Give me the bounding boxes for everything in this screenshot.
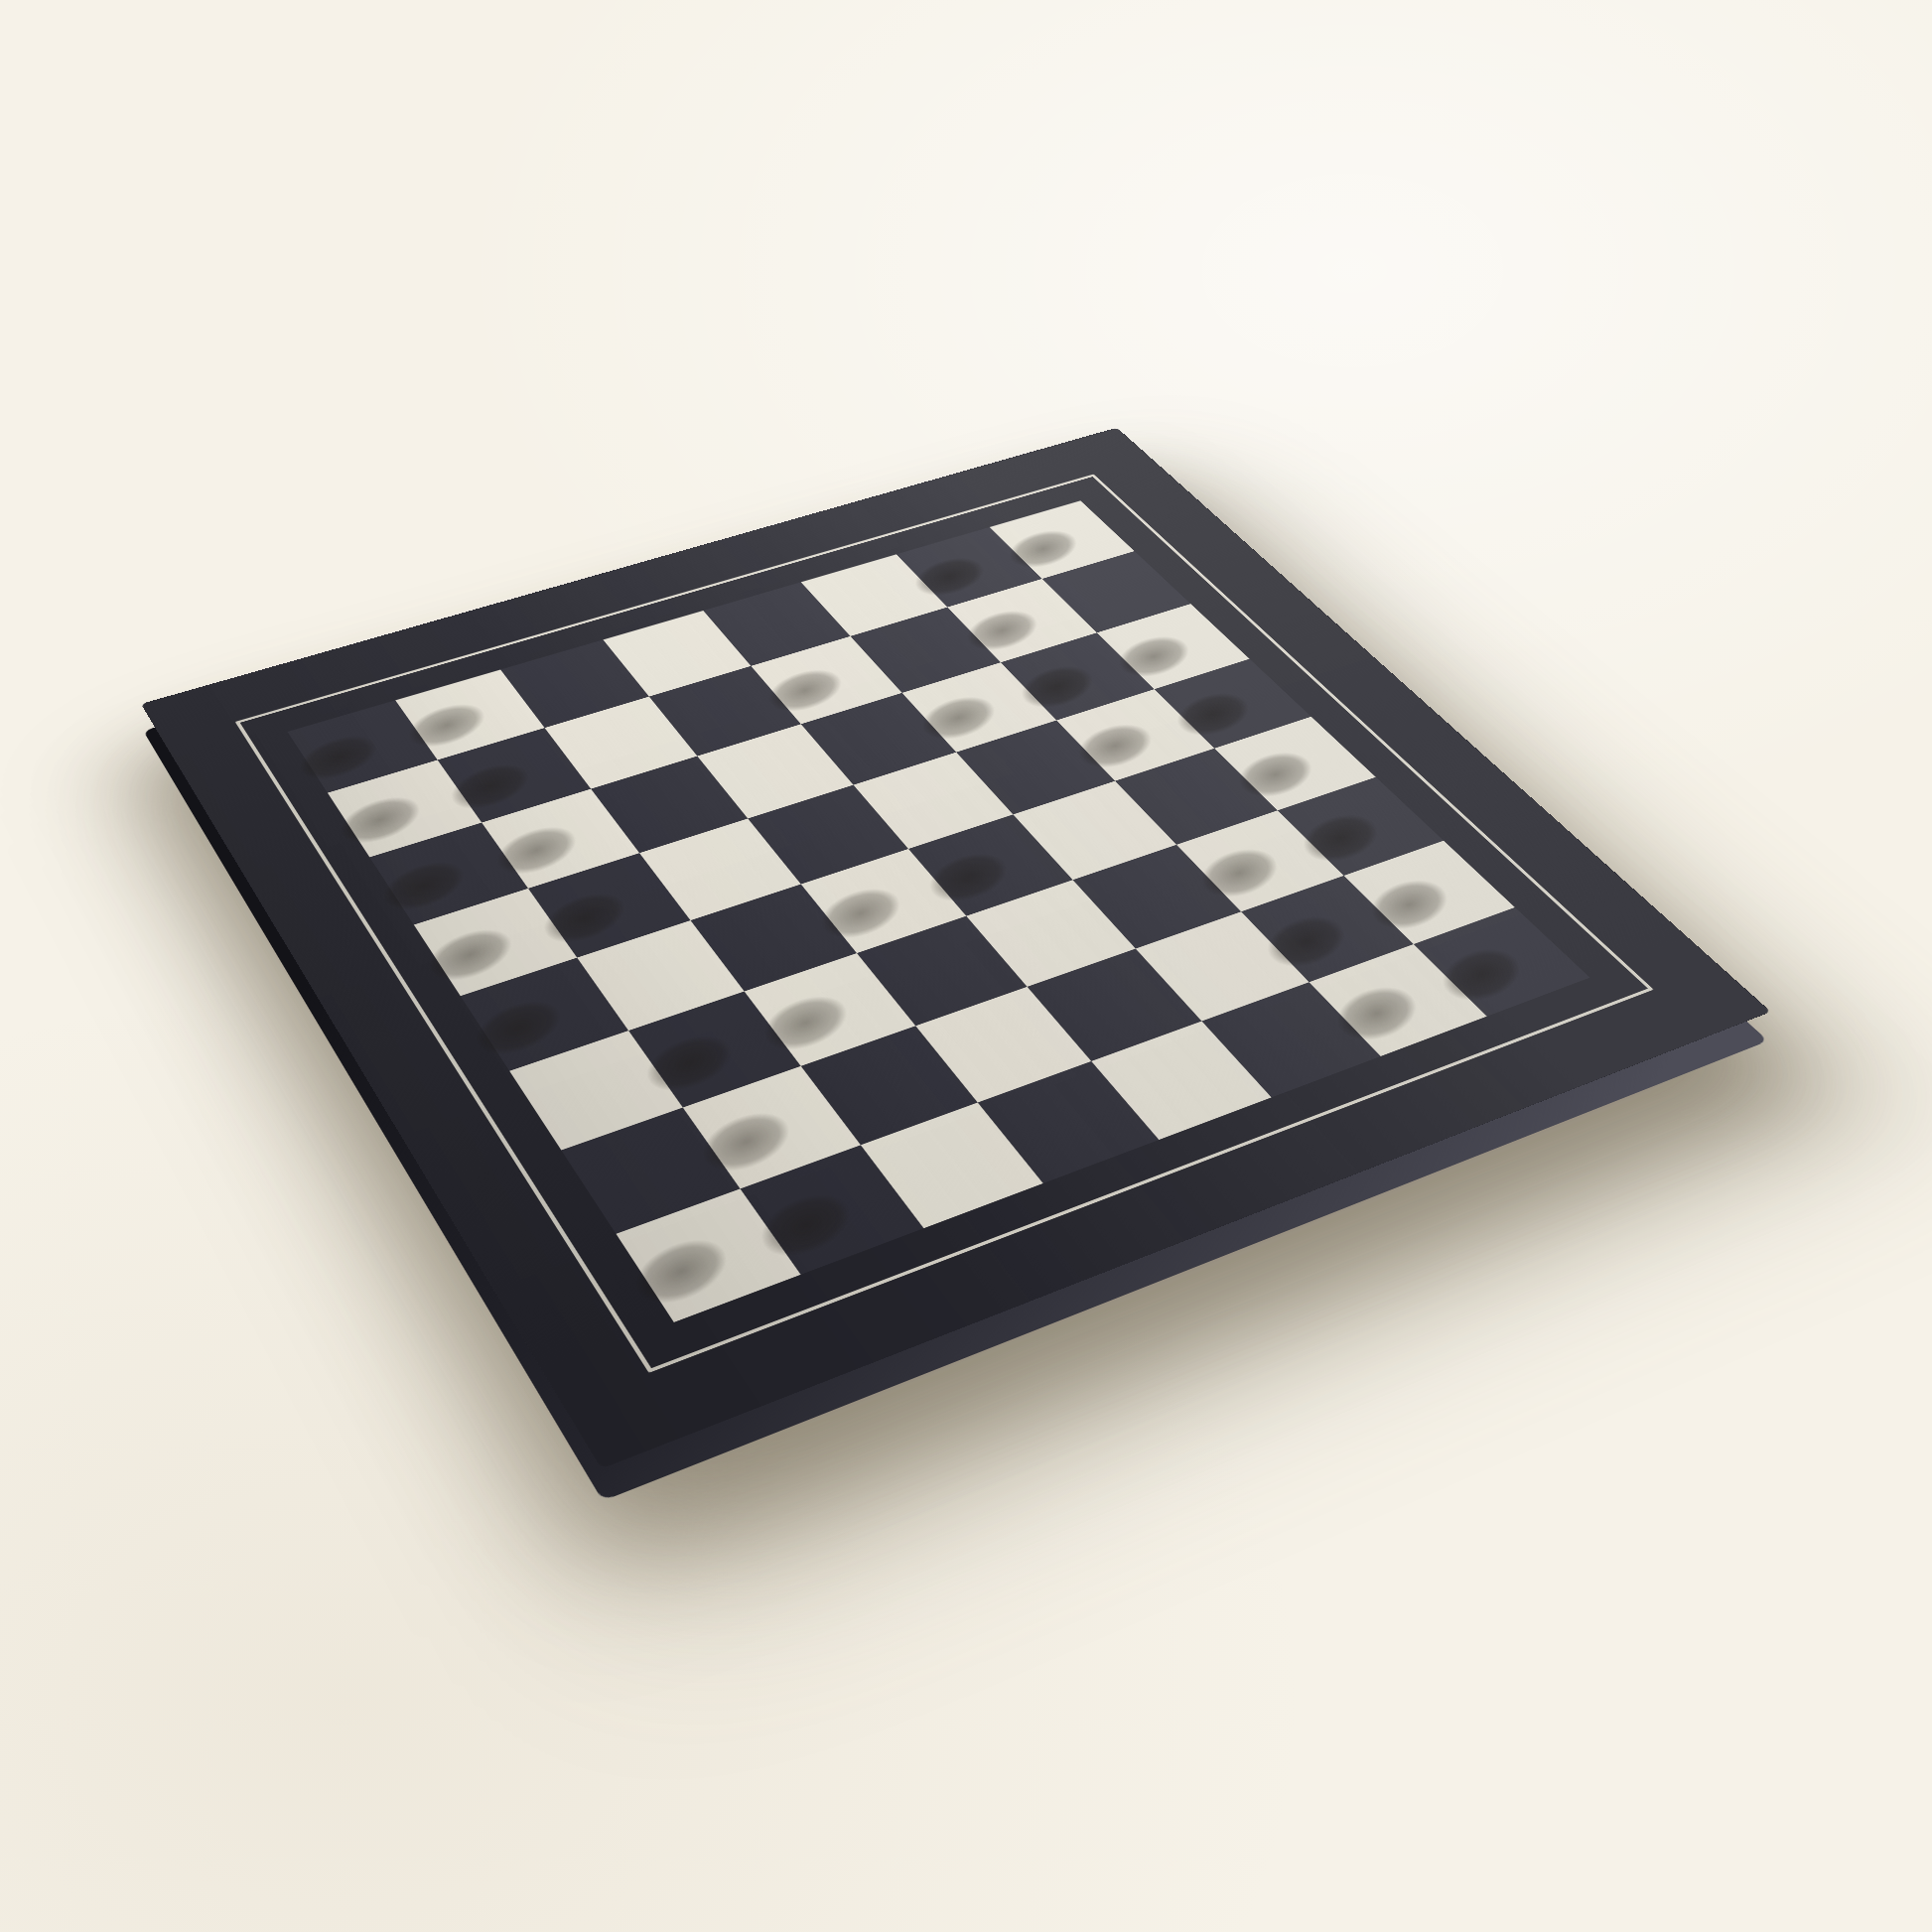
black-pawn[interactable]: ♟ <box>1335 869 1459 1008</box>
white-king[interactable]: ♚ <box>444 798 644 1022</box>
black-pawn[interactable]: ♟ <box>931 741 1049 873</box>
chess-board: ♜♟♟♝♟♝♛♞♟♟♜♚♟♞♝♟♟♟♝♞♟♟♟♛♜♟♞♚♟♟♟♜ <box>141 428 1771 1469</box>
scene-3d: ♜♟♟♝♟♝♛♞♟♟♜♚♟♞♝♟♟♟♝♞♟♟♟♛♜♟♞♚♟♟♟♜ <box>0 0 1932 1932</box>
white-rook[interactable]: ♜ <box>626 1082 789 1263</box>
board-surface: ♜♟♟♝♟♝♛♞♟♟♜♚♟♞♝♟♟♟♝♞♟♟♟♛♜♟♞♚♟♟♟♜ <box>141 428 1771 1469</box>
photo-backdrop: ♜♟♟♝♟♝♛♞♟♟♜♚♟♞♝♟♟♟♝♞♟♟♟♛♜♟♞♚♟♟♟♜ <box>0 0 1932 1932</box>
